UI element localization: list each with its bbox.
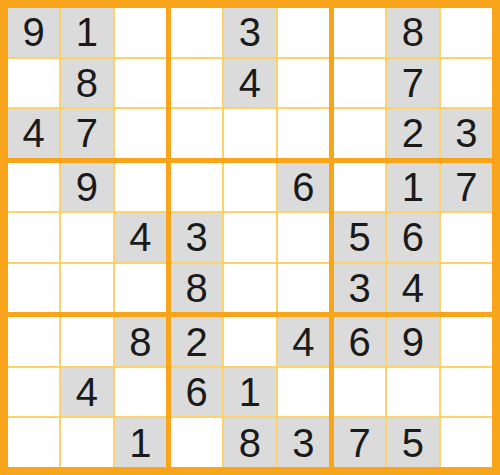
cell-r6c3[interactable] <box>115 264 166 313</box>
cell-r1c4[interactable] <box>171 8 222 57</box>
cell-r3c5[interactable] <box>224 109 275 158</box>
cell-r5c9[interactable] <box>441 213 492 262</box>
sudoku-box-bottom-left: 841 <box>8 317 166 467</box>
cell-r3c6[interactable] <box>278 109 329 158</box>
cell-r1c6[interactable] <box>278 8 329 57</box>
cell-r7c4[interactable]: 2 <box>171 317 222 366</box>
cell-r2c4[interactable] <box>171 59 222 108</box>
cell-r5c7[interactable]: 5 <box>334 213 385 262</box>
cell-r4c2[interactable]: 9 <box>61 163 112 212</box>
cell-r4c8[interactable]: 1 <box>387 163 438 212</box>
cell-r8c9[interactable] <box>441 368 492 417</box>
cell-r6c7[interactable]: 3 <box>334 264 385 313</box>
cell-r9c7[interactable]: 7 <box>334 418 385 467</box>
cell-r7c5[interactable] <box>224 317 275 366</box>
cell-r5c8[interactable]: 6 <box>387 213 438 262</box>
cell-r5c2[interactable] <box>61 213 112 262</box>
cell-r4c7[interactable] <box>334 163 385 212</box>
cell-r6c4[interactable]: 8 <box>171 264 222 313</box>
cell-r4c9[interactable]: 7 <box>441 163 492 212</box>
cell-r2c1[interactable] <box>8 59 59 108</box>
cell-r9c8[interactable]: 5 <box>387 418 438 467</box>
sudoku-box-bottom-center: 246183 <box>171 317 329 467</box>
cell-r3c9[interactable]: 3 <box>441 109 492 158</box>
cell-r3c4[interactable] <box>171 109 222 158</box>
cell-r7c3[interactable]: 8 <box>115 317 166 366</box>
cell-r1c9[interactable] <box>441 8 492 57</box>
cell-r3c2[interactable]: 7 <box>61 109 112 158</box>
cell-r7c6[interactable]: 4 <box>278 317 329 366</box>
cell-r9c1[interactable] <box>8 418 59 467</box>
cell-r9c2[interactable] <box>61 418 112 467</box>
cell-r5c3[interactable]: 4 <box>115 213 166 262</box>
sudoku-box-top-left: 91847 <box>8 8 166 158</box>
cell-r4c4[interactable] <box>171 163 222 212</box>
sudoku-board: 91847 34 8723 94 638 175634 841 246183 6… <box>0 0 500 475</box>
cell-r7c7[interactable]: 6 <box>334 317 385 366</box>
cell-r3c3[interactable] <box>115 109 166 158</box>
cell-r5c6[interactable] <box>278 213 329 262</box>
cell-r6c1[interactable] <box>8 264 59 313</box>
sudoku-box-middle-left: 94 <box>8 163 166 313</box>
cell-r6c8[interactable]: 4 <box>387 264 438 313</box>
cell-r2c6[interactable] <box>278 59 329 108</box>
cell-r8c5[interactable]: 1 <box>224 368 275 417</box>
cell-r9c4[interactable] <box>171 418 222 467</box>
cell-r8c8[interactable] <box>387 368 438 417</box>
cell-r1c3[interactable] <box>115 8 166 57</box>
cell-r6c5[interactable] <box>224 264 275 313</box>
cell-r8c7[interactable] <box>334 368 385 417</box>
cell-r8c1[interactable] <box>8 368 59 417</box>
sudoku-box-top-center: 34 <box>171 8 329 158</box>
cell-r4c5[interactable] <box>224 163 275 212</box>
cell-r3c1[interactable]: 4 <box>8 109 59 158</box>
cell-r3c7[interactable] <box>334 109 385 158</box>
cell-r6c9[interactable] <box>441 264 492 313</box>
cell-r2c8[interactable]: 7 <box>387 59 438 108</box>
cell-r9c9[interactable] <box>441 418 492 467</box>
cell-r1c2[interactable]: 1 <box>61 8 112 57</box>
cell-r2c2[interactable]: 8 <box>61 59 112 108</box>
cell-r5c4[interactable]: 3 <box>171 213 222 262</box>
cell-r6c2[interactable] <box>61 264 112 313</box>
sudoku-box-top-right: 8723 <box>334 8 492 158</box>
cell-r1c7[interactable] <box>334 8 385 57</box>
cell-r1c1[interactable]: 9 <box>8 8 59 57</box>
cell-r2c7[interactable] <box>334 59 385 108</box>
cell-r9c3[interactable]: 1 <box>115 418 166 467</box>
cell-r4c3[interactable] <box>115 163 166 212</box>
cell-r2c3[interactable] <box>115 59 166 108</box>
cell-r7c9[interactable] <box>441 317 492 366</box>
cell-r4c6[interactable]: 6 <box>278 163 329 212</box>
cell-r7c8[interactable]: 9 <box>387 317 438 366</box>
cell-r9c5[interactable]: 8 <box>224 418 275 467</box>
cell-r5c1[interactable] <box>8 213 59 262</box>
sudoku-box-middle-right: 175634 <box>334 163 492 313</box>
cell-r2c5[interactable]: 4 <box>224 59 275 108</box>
cell-r8c2[interactable]: 4 <box>61 368 112 417</box>
cell-r1c8[interactable]: 8 <box>387 8 438 57</box>
cell-r7c2[interactable] <box>61 317 112 366</box>
cell-r9c6[interactable]: 3 <box>278 418 329 467</box>
sudoku-box-middle-center: 638 <box>171 163 329 313</box>
cell-r4c1[interactable] <box>8 163 59 212</box>
sudoku-box-bottom-right: 6975 <box>334 317 492 467</box>
cell-r8c4[interactable]: 6 <box>171 368 222 417</box>
cell-r6c6[interactable] <box>278 264 329 313</box>
cell-r2c9[interactable] <box>441 59 492 108</box>
cell-r8c6[interactable] <box>278 368 329 417</box>
cell-r8c3[interactable] <box>115 368 166 417</box>
cell-r3c8[interactable]: 2 <box>387 109 438 158</box>
cell-r1c5[interactable]: 3 <box>224 8 275 57</box>
cell-r7c1[interactable] <box>8 317 59 366</box>
cell-r5c5[interactable] <box>224 213 275 262</box>
